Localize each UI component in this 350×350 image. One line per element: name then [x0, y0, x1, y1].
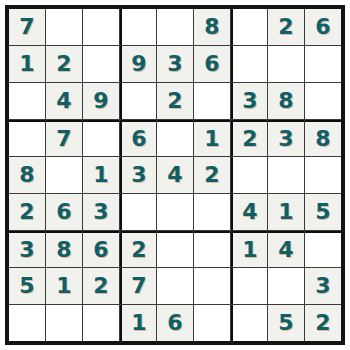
cell-r2c3[interactable] — [83, 46, 119, 82]
cell-r1c1[interactable]: 7 — [9, 9, 45, 45]
cell-r3c6[interactable] — [194, 83, 230, 119]
cell-r3c4[interactable] — [120, 83, 156, 119]
sudoku-grid: 7826129364923876123881342263415386214512… — [9, 9, 341, 341]
cell-r6c5[interactable] — [157, 194, 193, 230]
cell-r7c5[interactable] — [157, 231, 193, 267]
cell-r3c5[interactable]: 2 — [157, 83, 193, 119]
cell-r6c3[interactable]: 3 — [83, 194, 119, 230]
cell-r1c2[interactable] — [46, 9, 82, 45]
cell-r5c7[interactable] — [231, 157, 267, 193]
cell-r9c7[interactable] — [231, 305, 267, 341]
cell-r3c2[interactable]: 4 — [46, 83, 82, 119]
cell-r7c7[interactable]: 1 — [231, 231, 267, 267]
cell-r8c9[interactable]: 3 — [305, 268, 341, 304]
cell-r7c2[interactable]: 8 — [46, 231, 82, 267]
cell-r5c2[interactable] — [46, 157, 82, 193]
cell-r9c5[interactable]: 6 — [157, 305, 193, 341]
sudoku-page: 7826129364923876123881342263415386214512… — [0, 0, 350, 350]
cell-r5c5[interactable]: 4 — [157, 157, 193, 193]
cell-r6c1[interactable]: 2 — [9, 194, 45, 230]
cell-r2c1[interactable]: 1 — [9, 46, 45, 82]
cell-r1c7[interactable] — [231, 9, 267, 45]
cell-r7c6[interactable] — [194, 231, 230, 267]
cell-r7c8[interactable]: 4 — [268, 231, 304, 267]
cell-r9c9[interactable]: 2 — [305, 305, 341, 341]
cell-r6c2[interactable]: 6 — [46, 194, 82, 230]
cell-r5c8[interactable] — [268, 157, 304, 193]
cell-r1c4[interactable] — [120, 9, 156, 45]
cell-r4c6[interactable]: 1 — [194, 120, 230, 156]
cell-r4c9[interactable]: 8 — [305, 120, 341, 156]
cell-r2c8[interactable] — [268, 46, 304, 82]
cell-r9c4[interactable]: 1 — [120, 305, 156, 341]
cell-r9c8[interactable]: 5 — [268, 305, 304, 341]
cell-r9c2[interactable] — [46, 305, 82, 341]
cell-r1c3[interactable] — [83, 9, 119, 45]
cell-r7c3[interactable]: 6 — [83, 231, 119, 267]
cell-r4c4[interactable]: 6 — [120, 120, 156, 156]
sudoku-board: 7826129364923876123881342263415386214512… — [5, 5, 345, 345]
cell-r6c9[interactable]: 5 — [305, 194, 341, 230]
cell-r2c5[interactable]: 3 — [157, 46, 193, 82]
cell-r5c9[interactable] — [305, 157, 341, 193]
cell-r9c3[interactable] — [83, 305, 119, 341]
cell-r3c8[interactable]: 8 — [268, 83, 304, 119]
cell-r7c4[interactable]: 2 — [120, 231, 156, 267]
cell-r8c6[interactable] — [194, 268, 230, 304]
cell-r3c1[interactable] — [9, 83, 45, 119]
cell-r1c6[interactable]: 8 — [194, 9, 230, 45]
cell-r1c8[interactable]: 2 — [268, 9, 304, 45]
cell-r9c6[interactable] — [194, 305, 230, 341]
cell-r8c4[interactable]: 7 — [120, 268, 156, 304]
cell-r6c6[interactable] — [194, 194, 230, 230]
cell-r4c2[interactable]: 7 — [46, 120, 82, 156]
cell-r1c9[interactable]: 6 — [305, 9, 341, 45]
cell-r6c7[interactable]: 4 — [231, 194, 267, 230]
cell-r9c1[interactable] — [9, 305, 45, 341]
cell-r4c7[interactable]: 2 — [231, 120, 267, 156]
cell-r5c4[interactable]: 3 — [120, 157, 156, 193]
cell-r8c7[interactable] — [231, 268, 267, 304]
cell-r2c2[interactable]: 2 — [46, 46, 82, 82]
cell-r4c5[interactable] — [157, 120, 193, 156]
cell-r7c9[interactable] — [305, 231, 341, 267]
cell-r8c8[interactable] — [268, 268, 304, 304]
cell-r5c1[interactable]: 8 — [9, 157, 45, 193]
cell-r8c1[interactable]: 5 — [9, 268, 45, 304]
cell-r8c5[interactable] — [157, 268, 193, 304]
cell-r2c9[interactable] — [305, 46, 341, 82]
cell-r4c8[interactable]: 3 — [268, 120, 304, 156]
cell-r4c1[interactable] — [9, 120, 45, 156]
cell-r2c4[interactable]: 9 — [120, 46, 156, 82]
cell-r5c6[interactable]: 2 — [194, 157, 230, 193]
cell-r2c7[interactable] — [231, 46, 267, 82]
cell-r3c7[interactable]: 3 — [231, 83, 267, 119]
cell-r8c3[interactable]: 2 — [83, 268, 119, 304]
cell-r6c8[interactable]: 1 — [268, 194, 304, 230]
cell-r6c4[interactable] — [120, 194, 156, 230]
cell-r5c3[interactable]: 1 — [83, 157, 119, 193]
cell-r2c6[interactable]: 6 — [194, 46, 230, 82]
cell-r3c9[interactable] — [305, 83, 341, 119]
cell-r7c1[interactable]: 3 — [9, 231, 45, 267]
cell-r3c3[interactable]: 9 — [83, 83, 119, 119]
cell-r4c3[interactable] — [83, 120, 119, 156]
cell-r8c2[interactable]: 1 — [46, 268, 82, 304]
cell-r1c5[interactable] — [157, 9, 193, 45]
